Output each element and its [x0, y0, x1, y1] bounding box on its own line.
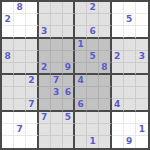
cell-r12c11-given-9[interactable]: 9 [124, 136, 136, 148]
cell-r2c2-empty[interactable] [14, 14, 26, 26]
cell-r4c12-empty[interactable] [136, 39, 148, 51]
cell-r6c3-empty[interactable] [26, 63, 38, 75]
cell-r1c1-empty[interactable] [2, 2, 14, 14]
cell-r6c1-empty[interactable] [2, 63, 14, 75]
cell-r2c9-empty[interactable] [99, 14, 111, 26]
cell-r8c6-given-6[interactable]: 6 [63, 87, 75, 99]
cell-r3c5-empty[interactable] [51, 26, 63, 38]
cell-r11c1-empty[interactable] [2, 124, 14, 136]
cell-r9c2-empty[interactable] [14, 99, 26, 111]
cell-r10c4-given-7[interactable]: 7 [39, 112, 51, 124]
cell-r5c7-empty[interactable] [75, 51, 87, 63]
cell-r5c8-given-5[interactable]: 5 [87, 51, 99, 63]
cell-r7c2-empty[interactable] [14, 75, 26, 87]
cell-r6c2-empty[interactable] [14, 63, 26, 75]
cell-r4c2-empty[interactable] [14, 39, 26, 51]
cell-r11c7-empty[interactable] [75, 124, 87, 136]
cell-r1c10-empty[interactable] [112, 2, 124, 14]
cell-r6c9-given-8[interactable]: 8 [99, 63, 111, 75]
cell-r2c11-given-5[interactable]: 5 [124, 14, 136, 26]
cell-r9c10-given-4[interactable]: 4 [112, 99, 124, 111]
cell-r8c7-empty[interactable] [75, 87, 87, 99]
cell-r6c10-empty[interactable] [112, 63, 124, 75]
cell-r10c7-empty[interactable] [75, 112, 87, 124]
cell-r3c1-empty[interactable] [2, 26, 14, 38]
cell-r8c9-empty[interactable] [99, 87, 111, 99]
cell-r2c4-empty[interactable] [39, 14, 51, 26]
cell-r12c2-empty[interactable] [14, 136, 26, 148]
cell-r5c11-empty[interactable] [124, 51, 136, 63]
cell-r8c4-empty[interactable] [39, 87, 51, 99]
cell-r8c5-given-3[interactable]: 3 [51, 87, 63, 99]
cell-r5c1-given-8[interactable]: 8 [2, 51, 14, 63]
cell-r12c9-empty[interactable] [99, 136, 111, 148]
cell-r7c5-given-7[interactable]: 7 [51, 75, 63, 87]
cell-r8c1-empty[interactable] [2, 87, 14, 99]
cell-r1c12-empty[interactable] [136, 2, 148, 14]
cell-r10c8-empty[interactable] [87, 112, 99, 124]
cell-r9c4-empty[interactable] [39, 99, 51, 111]
cell-r12c12-empty[interactable] [136, 136, 148, 148]
cell-r7c3-given-2[interactable]: 2 [26, 75, 38, 87]
cell-r12c8-given-1[interactable]: 1 [87, 136, 99, 148]
cell-r12c6-empty[interactable] [63, 136, 75, 148]
cell-r11c3-empty[interactable] [26, 124, 38, 136]
cell-r5c4-empty[interactable] [39, 51, 51, 63]
cell-r11c9-empty[interactable] [99, 124, 111, 136]
cell-r1c8-given-2[interactable]: 2 [87, 2, 99, 14]
cell-r10c9-empty[interactable] [99, 112, 111, 124]
cell-r5c5-empty[interactable] [51, 51, 63, 63]
cell-r12c4-empty[interactable] [39, 136, 51, 148]
cell-r1c9-empty[interactable] [99, 2, 111, 14]
cell-r4c1-empty[interactable] [2, 39, 14, 51]
cell-r11c10-empty[interactable] [112, 124, 124, 136]
cell-r9c1-empty[interactable] [2, 99, 14, 111]
cell-r8c11-empty[interactable] [124, 87, 136, 99]
cell-r2c3-empty[interactable] [26, 14, 38, 26]
cell-r1c7-empty[interactable] [75, 2, 87, 14]
cell-r9c6-empty[interactable] [63, 99, 75, 111]
cell-r12c7-empty[interactable] [75, 136, 87, 148]
cell-r10c3-empty[interactable] [26, 112, 38, 124]
cell-r4c6-empty[interactable] [63, 39, 75, 51]
cell-r7c10-empty[interactable] [112, 75, 124, 87]
cell-r2c6-empty[interactable] [63, 14, 75, 26]
cell-r6c12-empty[interactable] [136, 63, 148, 75]
cell-r3c12-empty[interactable] [136, 26, 148, 38]
cell-r3c11-empty[interactable] [124, 26, 136, 38]
cell-r11c8-empty[interactable] [87, 124, 99, 136]
cell-r5c2-empty[interactable] [14, 51, 26, 63]
cell-r3c6-empty[interactable] [63, 26, 75, 38]
cell-r2c8-empty[interactable] [87, 14, 99, 26]
cell-r3c2-empty[interactable] [14, 26, 26, 38]
cell-r7c12-empty[interactable] [136, 75, 148, 87]
cell-r9c9-empty[interactable] [99, 99, 111, 111]
cell-r1c2-given-8[interactable]: 8 [14, 2, 26, 14]
cell-r4c9-empty[interactable] [99, 39, 111, 51]
cell-r5c3-empty[interactable] [26, 51, 38, 63]
cell-r4c5-empty[interactable] [51, 39, 63, 51]
cell-r8c10-empty[interactable] [112, 87, 124, 99]
cell-r3c3-empty[interactable] [26, 26, 38, 38]
cell-r10c11-empty[interactable] [124, 112, 136, 124]
cell-r10c2-empty[interactable] [14, 112, 26, 124]
cell-r12c10-empty[interactable] [112, 136, 124, 148]
cell-r1c11-empty[interactable] [124, 2, 136, 14]
cell-r3c9-empty[interactable] [99, 26, 111, 38]
cell-r10c10-empty[interactable] [112, 112, 124, 124]
cell-r4c11-empty[interactable] [124, 39, 136, 51]
cell-r9c7-given-6[interactable]: 6 [75, 99, 87, 111]
cell-r2c12-empty[interactable] [136, 14, 148, 26]
cell-r2c5-empty[interactable] [51, 14, 63, 26]
cell-r9c3-given-7[interactable]: 7 [26, 99, 38, 111]
cell-r5c9-empty[interactable] [99, 51, 111, 63]
cell-r6c6-given-9[interactable]: 9 [63, 63, 75, 75]
cell-r6c7-empty[interactable] [75, 63, 87, 75]
cell-r11c6-empty[interactable] [63, 124, 75, 136]
cell-r12c5-empty[interactable] [51, 136, 63, 148]
cell-r7c8-empty[interactable] [87, 75, 99, 87]
cell-r9c5-empty[interactable] [51, 99, 63, 111]
sudoku-board: 8225361852329827436764757119 [0, 0, 150, 150]
cell-r1c6-empty[interactable] [63, 2, 75, 14]
cell-r4c10-empty[interactable] [112, 39, 124, 51]
cell-r11c12-given-1[interactable]: 1 [136, 124, 148, 136]
cell-r6c11-empty[interactable] [124, 63, 136, 75]
cell-r6c4-given-2[interactable]: 2 [39, 63, 51, 75]
cell-r11c4-empty[interactable] [39, 124, 51, 136]
cell-r7c7-given-4[interactable]: 4 [75, 75, 87, 87]
cell-r2c7-empty[interactable] [75, 14, 87, 26]
cell-r10c5-empty[interactable] [51, 112, 63, 124]
cell-r9c11-empty[interactable] [124, 99, 136, 111]
cell-r2c1-given-2[interactable]: 2 [2, 14, 14, 26]
cell-r4c4-empty[interactable] [39, 39, 51, 51]
cell-r1c3-empty[interactable] [26, 2, 38, 14]
cell-r1c5-empty[interactable] [51, 2, 63, 14]
cell-r12c1-empty[interactable] [2, 136, 14, 148]
cell-r5c12-given-3[interactable]: 3 [136, 51, 148, 63]
cell-r7c9-empty[interactable] [99, 75, 111, 87]
cell-r8c8-empty[interactable] [87, 87, 99, 99]
cell-r9c12-empty[interactable] [136, 99, 148, 111]
cell-r10c1-empty[interactable] [2, 112, 14, 124]
cell-r9c8-empty[interactable] [87, 99, 99, 111]
cell-r3c4-given-3[interactable]: 3 [39, 26, 51, 38]
cell-r5c10-given-2[interactable]: 2 [112, 51, 124, 63]
cell-r8c12-empty[interactable] [136, 87, 148, 99]
cell-r8c3-empty[interactable] [26, 87, 38, 99]
cell-r7c11-empty[interactable] [124, 75, 136, 87]
cell-r4c3-empty[interactable] [26, 39, 38, 51]
cell-r11c11-empty[interactable] [124, 124, 136, 136]
cell-r3c7-empty[interactable] [75, 26, 87, 38]
cell-r4c8-empty[interactable] [87, 39, 99, 51]
cell-r6c5-empty[interactable] [51, 63, 63, 75]
cell-r11c5-empty[interactable] [51, 124, 63, 136]
cell-r6c8-empty[interactable] [87, 63, 99, 75]
cell-r5c6-empty[interactable] [63, 51, 75, 63]
cell-r3c8-given-6[interactable]: 6 [87, 26, 99, 38]
cell-r11c2-given-7[interactable]: 7 [14, 124, 26, 136]
cell-r3c10-empty[interactable] [112, 26, 124, 38]
cell-r1c4-empty[interactable] [39, 2, 51, 14]
cell-r7c6-empty[interactable] [63, 75, 75, 87]
cell-r10c12-empty[interactable] [136, 112, 148, 124]
cell-r2c10-empty[interactable] [112, 14, 124, 26]
cell-r7c4-empty[interactable] [39, 75, 51, 87]
cell-r7c1-empty[interactable] [2, 75, 14, 87]
cell-r8c2-empty[interactable] [14, 87, 26, 99]
cell-r4c7-given-1[interactable]: 1 [75, 39, 87, 51]
cell-r12c3-empty[interactable] [26, 136, 38, 148]
cell-r10c6-given-5[interactable]: 5 [63, 112, 75, 124]
